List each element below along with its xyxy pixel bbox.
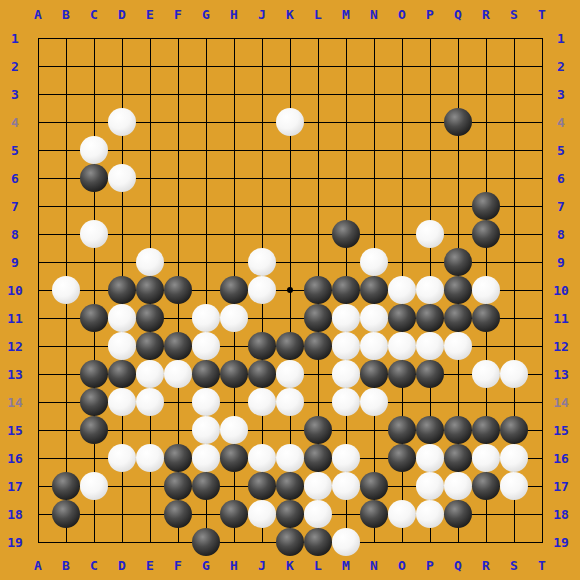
board-cell-S17[interactable] — [500, 472, 528, 500]
board-cell-P5[interactable] — [416, 136, 444, 164]
board-cell-G5[interactable] — [192, 136, 220, 164]
board-cell-L1[interactable] — [304, 24, 332, 52]
board-cell-A18[interactable] — [24, 500, 52, 528]
board-cell-Q10[interactable] — [444, 276, 472, 304]
board-cell-E7[interactable] — [136, 192, 164, 220]
board-cell-K18[interactable] — [276, 500, 304, 528]
board-cell-B7[interactable] — [52, 192, 80, 220]
board-cell-F17[interactable] — [164, 472, 192, 500]
board-cell-N4[interactable] — [360, 108, 388, 136]
board-cell-R8[interactable] — [472, 220, 500, 248]
board-cell-O12[interactable] — [388, 332, 416, 360]
board-cell-T11[interactable] — [528, 304, 556, 332]
board-cell-R2[interactable] — [472, 52, 500, 80]
board-cell-T13[interactable] — [528, 360, 556, 388]
board-cell-L2[interactable] — [304, 52, 332, 80]
board-cell-J1[interactable] — [248, 24, 276, 52]
board-cell-J7[interactable] — [248, 192, 276, 220]
board-cell-P19[interactable] — [416, 528, 444, 556]
board-cell-B18[interactable] — [52, 500, 80, 528]
board-cell-K14[interactable] — [276, 388, 304, 416]
board-cell-M6[interactable] — [332, 164, 360, 192]
board-cell-C18[interactable] — [80, 500, 108, 528]
board-cell-A5[interactable] — [24, 136, 52, 164]
board-cell-R11[interactable] — [472, 304, 500, 332]
board-cell-G13[interactable] — [192, 360, 220, 388]
board-cell-M4[interactable] — [332, 108, 360, 136]
board-cell-N11[interactable] — [360, 304, 388, 332]
board-cell-C14[interactable] — [80, 388, 108, 416]
board-cell-H8[interactable] — [220, 220, 248, 248]
board-cell-Q17[interactable] — [444, 472, 472, 500]
board-cell-B9[interactable] — [52, 248, 80, 276]
board-cell-N8[interactable] — [360, 220, 388, 248]
board-cell-M11[interactable] — [332, 304, 360, 332]
board-cell-B4[interactable] — [52, 108, 80, 136]
board-cell-L8[interactable] — [304, 220, 332, 248]
board-cell-N18[interactable] — [360, 500, 388, 528]
board-cell-G10[interactable] — [192, 276, 220, 304]
board-cell-B1[interactable] — [52, 24, 80, 52]
board-cell-O6[interactable] — [388, 164, 416, 192]
board-cell-S14[interactable] — [500, 388, 528, 416]
board-cell-A3[interactable] — [24, 80, 52, 108]
board-cell-T4[interactable] — [528, 108, 556, 136]
board-cell-A10[interactable] — [24, 276, 52, 304]
board-cell-L4[interactable] — [304, 108, 332, 136]
board-cell-D12[interactable] — [108, 332, 136, 360]
board-cell-F18[interactable] — [164, 500, 192, 528]
board-cell-R9[interactable] — [472, 248, 500, 276]
board-cell-C6[interactable] — [80, 164, 108, 192]
board-cell-C1[interactable] — [80, 24, 108, 52]
board-cell-L14[interactable] — [304, 388, 332, 416]
board-cell-T8[interactable] — [528, 220, 556, 248]
board-cell-C15[interactable] — [80, 416, 108, 444]
board-cell-S19[interactable] — [500, 528, 528, 556]
board-cell-Q12[interactable] — [444, 332, 472, 360]
board-cell-O19[interactable] — [388, 528, 416, 556]
board-cell-C12[interactable] — [80, 332, 108, 360]
board-cell-G14[interactable] — [192, 388, 220, 416]
board-cell-O17[interactable] — [388, 472, 416, 500]
board-cell-L3[interactable] — [304, 80, 332, 108]
board-cell-M18[interactable] — [332, 500, 360, 528]
board-cell-F8[interactable] — [164, 220, 192, 248]
board-cell-G11[interactable] — [192, 304, 220, 332]
board-cell-O14[interactable] — [388, 388, 416, 416]
board-cell-F7[interactable] — [164, 192, 192, 220]
board-cell-P12[interactable] — [416, 332, 444, 360]
board-cell-B2[interactable] — [52, 52, 80, 80]
board-cell-N12[interactable] — [360, 332, 388, 360]
board-cell-R14[interactable] — [472, 388, 500, 416]
board-cell-E2[interactable] — [136, 52, 164, 80]
board-cell-T16[interactable] — [528, 444, 556, 472]
board-cell-B17[interactable] — [52, 472, 80, 500]
board-cell-F6[interactable] — [164, 164, 192, 192]
board-cell-H9[interactable] — [220, 248, 248, 276]
board-cell-O9[interactable] — [388, 248, 416, 276]
board-cell-L17[interactable] — [304, 472, 332, 500]
board-cell-S16[interactable] — [500, 444, 528, 472]
board-cell-D5[interactable] — [108, 136, 136, 164]
board-cell-M3[interactable] — [332, 80, 360, 108]
board-cell-B3[interactable] — [52, 80, 80, 108]
board-cell-N7[interactable] — [360, 192, 388, 220]
board-cell-E8[interactable] — [136, 220, 164, 248]
board-cell-F5[interactable] — [164, 136, 192, 164]
board-cell-C7[interactable] — [80, 192, 108, 220]
board-cell-T7[interactable] — [528, 192, 556, 220]
board-cell-G3[interactable] — [192, 80, 220, 108]
board-cell-E14[interactable] — [136, 388, 164, 416]
board-cell-K12[interactable] — [276, 332, 304, 360]
board-cell-T10[interactable] — [528, 276, 556, 304]
board-cell-P16[interactable] — [416, 444, 444, 472]
board-cell-O18[interactable] — [388, 500, 416, 528]
board-cell-G1[interactable] — [192, 24, 220, 52]
board-cell-R7[interactable] — [472, 192, 500, 220]
board-cell-S6[interactable] — [500, 164, 528, 192]
board-cell-T9[interactable] — [528, 248, 556, 276]
board-cell-S1[interactable] — [500, 24, 528, 52]
board-cell-J19[interactable] — [248, 528, 276, 556]
board-cell-P4[interactable] — [416, 108, 444, 136]
board-cell-H15[interactable] — [220, 416, 248, 444]
board-cell-T6[interactable] — [528, 164, 556, 192]
board-cell-J13[interactable] — [248, 360, 276, 388]
board-cell-R1[interactable] — [472, 24, 500, 52]
board-cell-F19[interactable] — [164, 528, 192, 556]
board-cell-S5[interactable] — [500, 136, 528, 164]
board-cell-D8[interactable] — [108, 220, 136, 248]
board-cell-P15[interactable] — [416, 416, 444, 444]
board-cell-A6[interactable] — [24, 164, 52, 192]
board-cell-L15[interactable] — [304, 416, 332, 444]
board-cell-D10[interactable] — [108, 276, 136, 304]
board-cell-D15[interactable] — [108, 416, 136, 444]
board-cell-E5[interactable] — [136, 136, 164, 164]
board-cell-J11[interactable] — [248, 304, 276, 332]
board-cell-L13[interactable] — [304, 360, 332, 388]
board-cell-M17[interactable] — [332, 472, 360, 500]
board-cell-N17[interactable] — [360, 472, 388, 500]
board-cell-E17[interactable] — [136, 472, 164, 500]
board-cell-A4[interactable] — [24, 108, 52, 136]
board-cell-G16[interactable] — [192, 444, 220, 472]
board-cell-T3[interactable] — [528, 80, 556, 108]
board-cell-O1[interactable] — [388, 24, 416, 52]
board-cell-A16[interactable] — [24, 444, 52, 472]
board-cell-A15[interactable] — [24, 416, 52, 444]
board-cell-P17[interactable] — [416, 472, 444, 500]
board-cell-A7[interactable] — [24, 192, 52, 220]
board-cell-S13[interactable] — [500, 360, 528, 388]
board-cell-M1[interactable] — [332, 24, 360, 52]
board-cell-S8[interactable] — [500, 220, 528, 248]
board-cell-T19[interactable] — [528, 528, 556, 556]
board-cell-M10[interactable] — [332, 276, 360, 304]
board-cell-B13[interactable] — [52, 360, 80, 388]
board-cell-L9[interactable] — [304, 248, 332, 276]
board-cell-F15[interactable] — [164, 416, 192, 444]
board-cell-P18[interactable] — [416, 500, 444, 528]
board-cell-O10[interactable] — [388, 276, 416, 304]
board-cell-Q9[interactable] — [444, 248, 472, 276]
board-cell-F11[interactable] — [164, 304, 192, 332]
board-cell-S12[interactable] — [500, 332, 528, 360]
board-cell-B5[interactable] — [52, 136, 80, 164]
board-cell-E10[interactable] — [136, 276, 164, 304]
board-cell-E12[interactable] — [136, 332, 164, 360]
board-cell-M8[interactable] — [332, 220, 360, 248]
board-cell-N10[interactable] — [360, 276, 388, 304]
board-cell-J15[interactable] — [248, 416, 276, 444]
board-cell-G9[interactable] — [192, 248, 220, 276]
board-cell-T5[interactable] — [528, 136, 556, 164]
board-cell-J14[interactable] — [248, 388, 276, 416]
board-cell-F13[interactable] — [164, 360, 192, 388]
board-cell-P11[interactable] — [416, 304, 444, 332]
board-cell-Q19[interactable] — [444, 528, 472, 556]
board-cell-L11[interactable] — [304, 304, 332, 332]
board-cell-J9[interactable] — [248, 248, 276, 276]
board-cell-H13[interactable] — [220, 360, 248, 388]
board-cell-M16[interactable] — [332, 444, 360, 472]
board-cell-R15[interactable] — [472, 416, 500, 444]
board-cell-T12[interactable] — [528, 332, 556, 360]
board-cell-D13[interactable] — [108, 360, 136, 388]
board-cell-C16[interactable] — [80, 444, 108, 472]
board-cell-F9[interactable] — [164, 248, 192, 276]
board-cell-M15[interactable] — [332, 416, 360, 444]
board-cell-G2[interactable] — [192, 52, 220, 80]
board-cell-K8[interactable] — [276, 220, 304, 248]
board-cell-M12[interactable] — [332, 332, 360, 360]
board-cell-R18[interactable] — [472, 500, 500, 528]
board-cell-O5[interactable] — [388, 136, 416, 164]
board-cell-C19[interactable] — [80, 528, 108, 556]
board-cell-N19[interactable] — [360, 528, 388, 556]
board-cell-A2[interactable] — [24, 52, 52, 80]
board-cell-K10[interactable] — [276, 276, 304, 304]
board-cell-Q18[interactable] — [444, 500, 472, 528]
board-cell-J12[interactable] — [248, 332, 276, 360]
board-cell-G18[interactable] — [192, 500, 220, 528]
board-cell-N15[interactable] — [360, 416, 388, 444]
board-cell-B14[interactable] — [52, 388, 80, 416]
board-cell-R10[interactable] — [472, 276, 500, 304]
board-cell-E3[interactable] — [136, 80, 164, 108]
board-cell-Q11[interactable] — [444, 304, 472, 332]
board-cell-Q2[interactable] — [444, 52, 472, 80]
board-cell-O15[interactable] — [388, 416, 416, 444]
board-cell-D6[interactable] — [108, 164, 136, 192]
board-cell-E18[interactable] — [136, 500, 164, 528]
board-cell-P1[interactable] — [416, 24, 444, 52]
board-cell-Q14[interactable] — [444, 388, 472, 416]
board-cell-O11[interactable] — [388, 304, 416, 332]
board-cell-O4[interactable] — [388, 108, 416, 136]
board-cell-Q6[interactable] — [444, 164, 472, 192]
board-cell-L18[interactable] — [304, 500, 332, 528]
board-cell-L5[interactable] — [304, 136, 332, 164]
board-cell-J18[interactable] — [248, 500, 276, 528]
board-cell-N13[interactable] — [360, 360, 388, 388]
board-cell-A8[interactable] — [24, 220, 52, 248]
board-cell-S3[interactable] — [500, 80, 528, 108]
board-cell-P10[interactable] — [416, 276, 444, 304]
board-cell-N5[interactable] — [360, 136, 388, 164]
board-cell-T18[interactable] — [528, 500, 556, 528]
board-cell-A12[interactable] — [24, 332, 52, 360]
board-cell-E13[interactable] — [136, 360, 164, 388]
board-cell-E4[interactable] — [136, 108, 164, 136]
board-cell-C17[interactable] — [80, 472, 108, 500]
board-cell-R17[interactable] — [472, 472, 500, 500]
board-cell-H10[interactable] — [220, 276, 248, 304]
board-cell-O7[interactable] — [388, 192, 416, 220]
board-cell-K9[interactable] — [276, 248, 304, 276]
board-cell-R4[interactable] — [472, 108, 500, 136]
board-cell-Q1[interactable] — [444, 24, 472, 52]
board-cell-N2[interactable] — [360, 52, 388, 80]
board-cell-C13[interactable] — [80, 360, 108, 388]
board-cell-H12[interactable] — [220, 332, 248, 360]
board-cell-C8[interactable] — [80, 220, 108, 248]
board-cell-J8[interactable] — [248, 220, 276, 248]
board-cell-P9[interactable] — [416, 248, 444, 276]
board-cell-G8[interactable] — [192, 220, 220, 248]
board-cell-G7[interactable] — [192, 192, 220, 220]
board-cell-D3[interactable] — [108, 80, 136, 108]
board-cell-D4[interactable] — [108, 108, 136, 136]
board-cell-P7[interactable] — [416, 192, 444, 220]
board-cell-K6[interactable] — [276, 164, 304, 192]
board-cell-C10[interactable] — [80, 276, 108, 304]
board-cell-N3[interactable] — [360, 80, 388, 108]
board-cell-F16[interactable] — [164, 444, 192, 472]
board-cell-D18[interactable] — [108, 500, 136, 528]
board-cell-D17[interactable] — [108, 472, 136, 500]
board-cell-B19[interactable] — [52, 528, 80, 556]
board-cell-G12[interactable] — [192, 332, 220, 360]
board-cell-B10[interactable] — [52, 276, 80, 304]
board-cell-F4[interactable] — [164, 108, 192, 136]
board-cell-R16[interactable] — [472, 444, 500, 472]
board-cell-G19[interactable] — [192, 528, 220, 556]
board-cell-M2[interactable] — [332, 52, 360, 80]
board-cell-D14[interactable] — [108, 388, 136, 416]
board-cell-E9[interactable] — [136, 248, 164, 276]
board-cell-B6[interactable] — [52, 164, 80, 192]
board-cell-K4[interactable] — [276, 108, 304, 136]
board-cell-H2[interactable] — [220, 52, 248, 80]
board-cell-P8[interactable] — [416, 220, 444, 248]
board-cell-M19[interactable] — [332, 528, 360, 556]
board-cell-M13[interactable] — [332, 360, 360, 388]
board-cell-C4[interactable] — [80, 108, 108, 136]
board-cell-H18[interactable] — [220, 500, 248, 528]
board-cell-S15[interactable] — [500, 416, 528, 444]
board-cell-B12[interactable] — [52, 332, 80, 360]
board-cell-S7[interactable] — [500, 192, 528, 220]
board-cell-B16[interactable] — [52, 444, 80, 472]
board-cell-O16[interactable] — [388, 444, 416, 472]
board-cell-J4[interactable] — [248, 108, 276, 136]
board-cell-Q8[interactable] — [444, 220, 472, 248]
board-cell-G4[interactable] — [192, 108, 220, 136]
board-cell-J16[interactable] — [248, 444, 276, 472]
board-cell-F14[interactable] — [164, 388, 192, 416]
board-cell-R13[interactable] — [472, 360, 500, 388]
board-cell-K16[interactable] — [276, 444, 304, 472]
board-cell-L16[interactable] — [304, 444, 332, 472]
board-cell-P14[interactable] — [416, 388, 444, 416]
board-cell-H11[interactable] — [220, 304, 248, 332]
board-cell-K1[interactable] — [276, 24, 304, 52]
board-cell-H17[interactable] — [220, 472, 248, 500]
board-cell-P3[interactable] — [416, 80, 444, 108]
board-cell-H4[interactable] — [220, 108, 248, 136]
board-cell-B11[interactable] — [52, 304, 80, 332]
board-cell-D1[interactable] — [108, 24, 136, 52]
board-cell-L10[interactable] — [304, 276, 332, 304]
board-cell-H3[interactable] — [220, 80, 248, 108]
board-cell-L6[interactable] — [304, 164, 332, 192]
board-cell-C11[interactable] — [80, 304, 108, 332]
board-cell-R3[interactable] — [472, 80, 500, 108]
board-cell-F2[interactable] — [164, 52, 192, 80]
board-cell-N16[interactable] — [360, 444, 388, 472]
board-cell-E11[interactable] — [136, 304, 164, 332]
board-cell-K3[interactable] — [276, 80, 304, 108]
board-cell-J10[interactable] — [248, 276, 276, 304]
board-cell-S4[interactable] — [500, 108, 528, 136]
board-cell-B15[interactable] — [52, 416, 80, 444]
board-cell-D7[interactable] — [108, 192, 136, 220]
board-cell-Q15[interactable] — [444, 416, 472, 444]
board-cell-T14[interactable] — [528, 388, 556, 416]
board-cell-D11[interactable] — [108, 304, 136, 332]
board-cell-Q13[interactable] — [444, 360, 472, 388]
board-cell-H16[interactable] — [220, 444, 248, 472]
board-cell-T17[interactable] — [528, 472, 556, 500]
board-cell-J5[interactable] — [248, 136, 276, 164]
board-cell-N14[interactable] — [360, 388, 388, 416]
board-cell-H5[interactable] — [220, 136, 248, 164]
board-cell-O13[interactable] — [388, 360, 416, 388]
board-cell-G17[interactable] — [192, 472, 220, 500]
board-cell-K2[interactable] — [276, 52, 304, 80]
board-cell-H14[interactable] — [220, 388, 248, 416]
board-cell-J2[interactable] — [248, 52, 276, 80]
board-cell-A9[interactable] — [24, 248, 52, 276]
board-cell-J17[interactable] — [248, 472, 276, 500]
board-cell-K17[interactable] — [276, 472, 304, 500]
board-cell-A19[interactable] — [24, 528, 52, 556]
board-cell-G6[interactable] — [192, 164, 220, 192]
board-cell-C3[interactable] — [80, 80, 108, 108]
board-cell-K5[interactable] — [276, 136, 304, 164]
board-cell-K7[interactable] — [276, 192, 304, 220]
board-cell-D2[interactable] — [108, 52, 136, 80]
board-cell-E19[interactable] — [136, 528, 164, 556]
board-cell-M5[interactable] — [332, 136, 360, 164]
board-cell-N1[interactable] — [360, 24, 388, 52]
board-cell-H7[interactable] — [220, 192, 248, 220]
